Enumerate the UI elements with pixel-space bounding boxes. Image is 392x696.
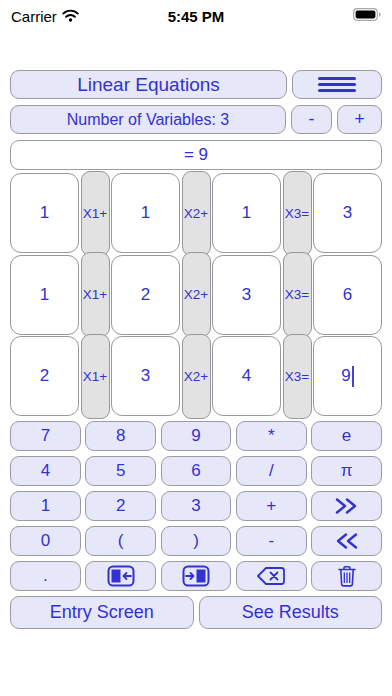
key-decimal[interactable]: . <box>10 561 81 591</box>
coef-cell-r2c1[interactable]: 1 <box>10 255 79 335</box>
variables-row: Number of Variables: 3 - + <box>10 105 382 134</box>
entry-screen-button[interactable]: Entry Screen <box>10 596 194 629</box>
key-0[interactable]: 0 <box>10 526 81 556</box>
text-cursor <box>352 366 354 387</box>
constant-cell-r1[interactable]: 3 <box>313 173 382 253</box>
coef-cell-r3c2[interactable]: 3 <box>111 336 180 416</box>
key-divide[interactable]: / <box>236 456 307 486</box>
var-label-x3-r1: X3= <box>283 171 312 256</box>
decrease-variables-button[interactable]: - <box>291 105 332 134</box>
footer: Entry Screen See Results <box>10 596 382 629</box>
page-title: Linear Equations <box>10 70 287 99</box>
key-2[interactable]: 2 <box>85 491 156 521</box>
key-4[interactable]: 4 <box>10 456 81 486</box>
key-back[interactable] <box>311 526 382 556</box>
num-variables-label: Number of Variables: 3 <box>10 105 286 134</box>
coef-cell-r2c3[interactable]: 3 <box>212 255 281 335</box>
var-label-x1-r1: X1+ <box>81 171 110 256</box>
coef-cell-r1c1[interactable]: 1 <box>10 173 79 253</box>
var-label-x3-r3: X3= <box>283 334 312 419</box>
coef-cell-r3c3[interactable]: 4 <box>212 336 281 416</box>
key-7[interactable]: 7 <box>10 421 81 451</box>
header: Linear Equations <box>10 70 382 99</box>
increase-variables-button[interactable]: + <box>337 105 382 134</box>
key-5[interactable]: 5 <box>85 456 156 486</box>
var-label-x2-r2: X2+ <box>182 252 211 337</box>
key-move-left[interactable] <box>85 561 156 591</box>
var-label-x2-r3: X2+ <box>182 334 211 419</box>
key-close-paren[interactable]: ) <box>161 526 232 556</box>
key-6[interactable]: 6 <box>161 456 232 486</box>
trash-icon <box>337 565 357 587</box>
var-label-x2-r1: X2+ <box>182 171 211 256</box>
key-multiply[interactable]: * <box>236 421 307 451</box>
tab-right-icon <box>182 565 210 587</box>
coef-cell-r3c1[interactable]: 2 <box>10 336 79 416</box>
constant-cell-r2[interactable]: 6 <box>313 255 382 335</box>
var-label-x1-r2: X1+ <box>81 252 110 337</box>
coef-cell-r2c2[interactable]: 2 <box>111 255 180 335</box>
var-label-x1-r3: X1+ <box>81 334 110 419</box>
key-open-paren[interactable]: ( <box>85 526 156 556</box>
coef-cell-r1c2[interactable]: 1 <box>111 173 180 253</box>
key-1[interactable]: 1 <box>10 491 81 521</box>
key-add[interactable]: + <box>236 491 307 521</box>
key-9[interactable]: 9 <box>161 421 232 451</box>
menu-button[interactable] <box>292 70 382 99</box>
key-backspace[interactable] <box>236 561 307 591</box>
constant-cell-r3-active[interactable]: 9 <box>313 336 382 416</box>
hamburger-icon <box>318 77 356 80</box>
coef-cell-r1c3[interactable]: 1 <box>212 173 281 253</box>
equation-grid: 1 X1+ 1 X2+ 1 X3= 3 1 X1+ 2 X2+ 3 X3= 6 … <box>10 173 382 416</box>
app-screen: 5:45 PM Carrier Line <box>0 0 392 696</box>
var-label-x3-r2: X3= <box>283 252 312 337</box>
double-chevron-left-icon <box>333 532 360 550</box>
key-3[interactable]: 3 <box>161 491 232 521</box>
key-e[interactable]: e <box>311 421 382 451</box>
key-subtract[interactable]: - <box>236 526 307 556</box>
key-8[interactable]: 8 <box>85 421 156 451</box>
key-forward[interactable] <box>311 491 382 521</box>
key-move-right[interactable] <box>161 561 232 591</box>
tab-left-icon <box>107 565 135 587</box>
entry-display: = 9 <box>10 140 382 170</box>
backspace-icon <box>256 566 286 586</box>
keypad: 7 8 9 * e 4 5 6 / π 1 2 3 + 0 <box>10 421 382 591</box>
key-pi[interactable]: π <box>311 456 382 486</box>
key-clear-all[interactable] <box>311 561 382 591</box>
see-results-button[interactable]: See Results <box>199 596 383 629</box>
double-chevron-right-icon <box>333 497 360 515</box>
